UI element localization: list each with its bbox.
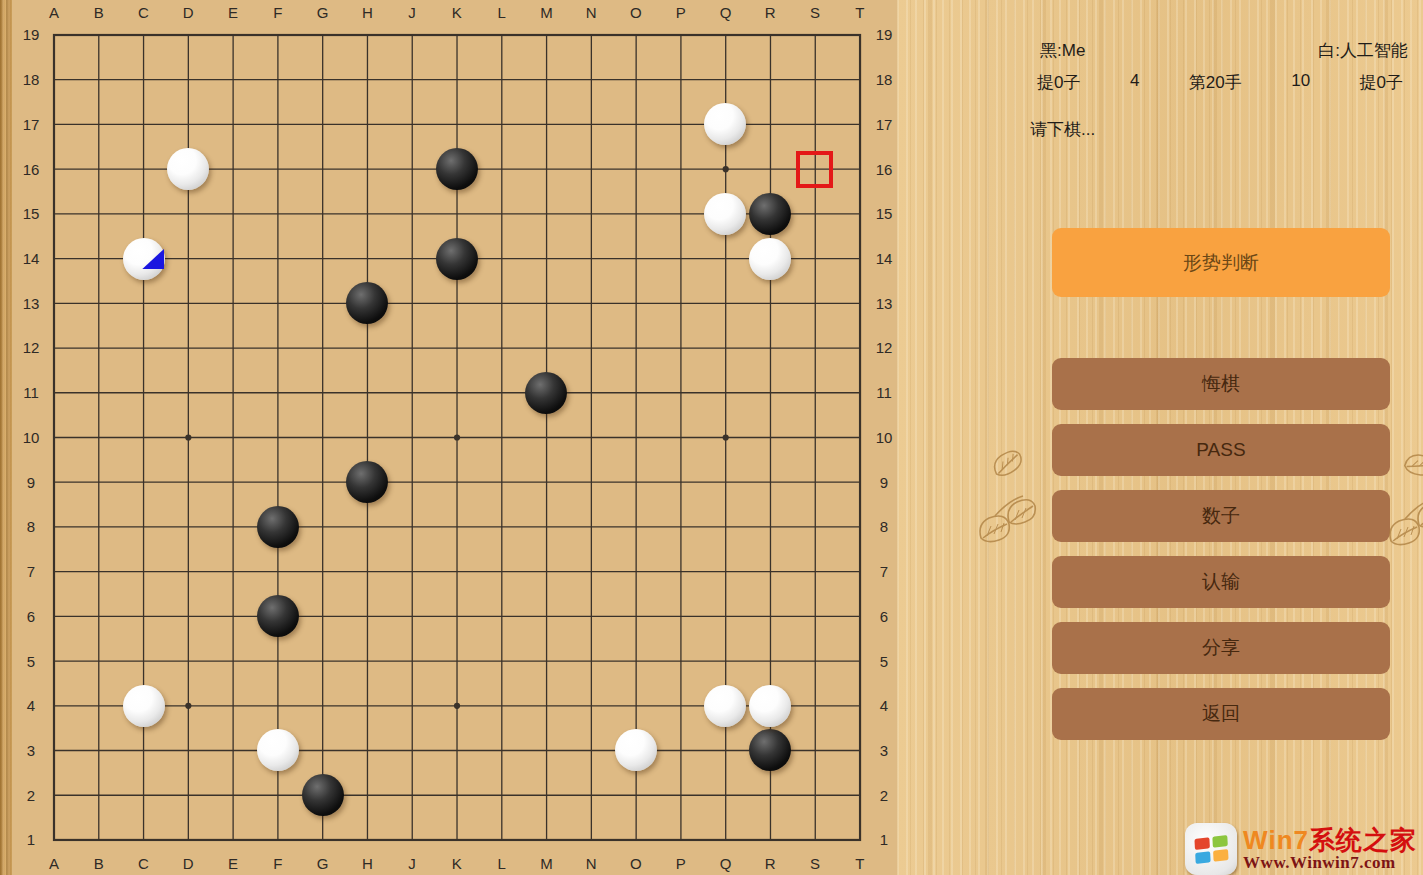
situation-judge-button[interactable]: 形势判断 [1052, 228, 1390, 297]
white-stone-R4 [749, 685, 791, 727]
back-button[interactable]: 返回 [1052, 688, 1390, 740]
black-stone-H13 [346, 282, 388, 324]
black-captures-label: 提0子 [1037, 71, 1080, 94]
windows-logo-icon [1185, 823, 1237, 875]
white-stone-O3 [615, 729, 657, 771]
leaf-decoration-icon [988, 445, 1029, 482]
white-stone-F3 [257, 729, 299, 771]
cursor-square-marker[interactable] [796, 151, 833, 188]
white-stone-R14 [749, 238, 791, 280]
move-number-label: 第20手 [1189, 71, 1242, 94]
white-stone-C4 [123, 685, 165, 727]
go-board[interactable]: ABCDEFGHJKLMNOPQRST ABCDEFGHJKLMNOPQRST … [12, 0, 897, 875]
black-stone-R3 [749, 729, 791, 771]
white-captures-label: 提0子 [1360, 71, 1403, 94]
counts-row: 提0子 4 第20手 10 提0子 [1037, 71, 1403, 94]
board-left-wood-edge [0, 0, 12, 875]
white-stone-Q15 [704, 193, 746, 235]
black-stone-F6 [257, 595, 299, 637]
black-stone-F8 [257, 506, 299, 548]
last-move-marker-icon [142, 248, 165, 269]
stones-layer [32, 13, 883, 863]
status-message: 请下棋... [1030, 118, 1095, 141]
watermark: Win7系统之家 Www.Winwin7.com [1185, 823, 1417, 875]
leaf-decoration-icon [1399, 446, 1423, 485]
count-button[interactable]: 数子 [1052, 490, 1390, 542]
white-stone-Q4 [704, 685, 746, 727]
black-stone-K16 [436, 148, 478, 190]
players-row: 黑:Me 白:人工智能 [1040, 39, 1408, 62]
white-stone-D16 [167, 148, 209, 190]
black-player-label: 黑:Me [1040, 39, 1085, 62]
leaf-twig-decoration-icon [1385, 495, 1423, 553]
black-count-value: 4 [1130, 71, 1139, 94]
watermark-site-name: Win7系统之家 [1243, 827, 1417, 854]
undo-button[interactable]: 悔棋 [1052, 358, 1390, 410]
black-stone-M11 [525, 372, 567, 414]
leaf-twig-decoration-icon [975, 492, 1039, 550]
white-player-label: 白:人工智能 [1318, 39, 1408, 62]
black-stone-H9 [346, 461, 388, 503]
white-stone-C14 [123, 238, 165, 280]
white-stone-Q17 [704, 103, 746, 145]
white-count-value: 10 [1291, 71, 1310, 94]
pass-button[interactable]: PASS [1052, 424, 1390, 476]
side-panel: 黑:Me 白:人工智能 提0子 4 第20手 10 提0子 请下棋... 形势判… [897, 0, 1423, 875]
resign-button[interactable]: 认输 [1052, 556, 1390, 608]
black-stone-R15 [749, 193, 791, 235]
black-stone-K14 [436, 238, 478, 280]
share-button[interactable]: 分享 [1052, 622, 1390, 674]
watermark-url: Www.Winwin7.com [1243, 854, 1417, 871]
black-stone-G2 [302, 774, 344, 816]
